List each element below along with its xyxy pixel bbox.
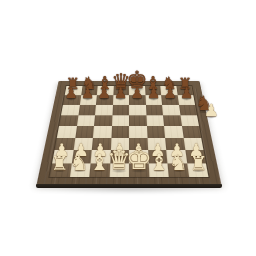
square-a6[interactable] [61, 105, 79, 115]
piece-white-pawn-offboard-white-pawn[interactable]: ♟ [203, 102, 218, 119]
piece-white-knight-b1[interactable]: ♞ [70, 152, 89, 173]
square-c5[interactable] [94, 115, 112, 126]
piece-black-pawn-e7[interactable]: ♟ [131, 86, 144, 101]
square-f5[interactable] [146, 115, 164, 126]
square-e5[interactable] [129, 115, 147, 126]
square-g6[interactable] [162, 105, 180, 115]
square-f4[interactable] [147, 126, 166, 138]
square-f6[interactable] [146, 105, 163, 115]
square-h5[interactable] [180, 115, 199, 126]
square-e6[interactable] [129, 105, 146, 115]
product-photo-stage: ♜♞♝♛♚♝♞♜♟♟♟♟♟♟♟♟♟♟♟♟♟♟♟♟♜♞♝♛♚♝♞♜♞♟ [0, 0, 256, 256]
piece-black-pawn-c7[interactable]: ♟ [98, 86, 111, 101]
square-d6[interactable] [112, 105, 129, 115]
piece-white-bishop-f1[interactable]: ♝ [149, 151, 169, 173]
square-b6[interactable] [78, 105, 96, 115]
piece-black-pawn-d7[interactable]: ♟ [114, 86, 127, 101]
square-g5[interactable] [163, 115, 182, 126]
piece-white-knight-g1[interactable]: ♞ [169, 152, 188, 173]
square-d4[interactable] [111, 126, 129, 138]
square-h4[interactable] [182, 126, 202, 138]
square-b5[interactable] [77, 115, 96, 126]
piece-white-rook-a1[interactable]: ♜ [51, 153, 69, 173]
piece-black-pawn-f7[interactable]: ♟ [147, 86, 160, 101]
square-g4[interactable] [164, 126, 183, 138]
piece-black-pawn-a7[interactable]: ♟ [65, 86, 78, 101]
square-a5[interactable] [59, 115, 78, 126]
piece-black-pawn-h7[interactable]: ♟ [180, 86, 193, 101]
square-d5[interactable] [112, 115, 130, 126]
piece-black-pawn-g7[interactable]: ♟ [164, 86, 177, 101]
square-c6[interactable] [95, 105, 112, 115]
square-e4[interactable] [129, 126, 147, 138]
piece-white-rook-h1[interactable]: ♜ [190, 153, 208, 173]
piece-black-pawn-b7[interactable]: ♟ [81, 86, 94, 101]
square-c4[interactable] [93, 126, 112, 138]
board-front-edge [36, 184, 221, 188]
square-a4[interactable] [57, 126, 77, 138]
square-b4[interactable] [75, 126, 94, 138]
